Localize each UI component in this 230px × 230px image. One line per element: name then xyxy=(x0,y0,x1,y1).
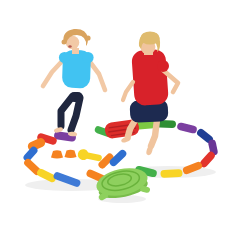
girl-mouth xyxy=(68,45,71,47)
boy-right-sleeve xyxy=(157,60,169,72)
scene-canvas xyxy=(0,0,230,230)
product-photo-balance-path xyxy=(0,0,230,230)
girl-left-sleeve xyxy=(59,52,70,63)
boy-hair-top xyxy=(140,31,159,44)
boy-tshirt xyxy=(131,49,169,106)
girl-right-sleeve xyxy=(82,52,93,63)
girl-pigtail-right xyxy=(85,35,90,40)
girl-pigtail-left xyxy=(62,40,67,45)
path-beam-yellow-right xyxy=(160,169,182,178)
